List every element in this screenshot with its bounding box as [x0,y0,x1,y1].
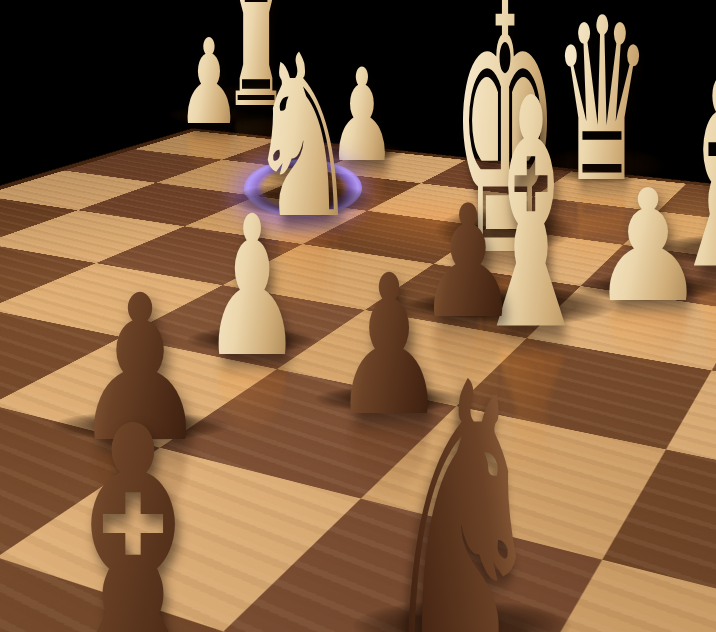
black-bishop-h6[interactable]: ♝ [14,381,253,632]
white-pawn-h2[interactable]: ♟ [177,24,241,142]
black-knight-f6[interactable]: ♞ [377,336,547,632]
chess-3d-scene: ♟♟♜♜♞♞♟♟♚♚♝♝♛♛♟♟♝♝♟♟♟♟♟♟♟♟♝♝♞♞ [0,0,716,632]
white-pawn-c3[interactable]: ♟ [590,168,706,323]
